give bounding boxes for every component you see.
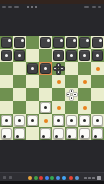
white-die-piece[interactable] — [14, 128, 25, 139]
status-clock-text — [84, 6, 89, 8]
white-die-piece[interactable] — [66, 115, 77, 126]
die-pip — [70, 54, 73, 57]
die-pip — [96, 119, 99, 122]
black-die-piece[interactable] — [53, 37, 64, 48]
die-pip — [83, 54, 86, 57]
taskbar-app-icon-8[interactable] — [69, 176, 73, 180]
white-die-piece[interactable] — [1, 128, 12, 139]
white-die-piece[interactable] — [92, 128, 103, 139]
black-die-piece[interactable] — [14, 37, 25, 48]
black-die-piece[interactable] — [1, 50, 12, 61]
die-pip — [73, 39, 76, 42]
die-pip — [5, 54, 8, 57]
square-g2[interactable] — [78, 114, 91, 127]
white-die-piece[interactable] — [66, 128, 77, 139]
black-cross-king-piece[interactable] — [53, 63, 64, 74]
square-a4[interactable] — [0, 88, 13, 101]
status-dot-icon-1 — [27, 6, 29, 8]
square-c3[interactable] — [26, 101, 39, 114]
die-pip — [60, 39, 63, 42]
square-g5[interactable] — [78, 75, 91, 88]
black-die-piece[interactable] — [1, 37, 12, 48]
square-e2[interactable] — [52, 114, 65, 127]
legal-move-dot[interactable] — [83, 80, 87, 84]
status-bar — [0, 4, 104, 11]
status-dot-icon-2 — [31, 6, 33, 8]
square-c2[interactable] — [26, 114, 39, 127]
taskbar-clock — [97, 176, 101, 180]
square-f2[interactable] — [65, 114, 78, 127]
white-die-piece[interactable] — [79, 128, 90, 139]
square-h7[interactable] — [91, 49, 104, 62]
square-h3[interactable] — [91, 101, 104, 114]
square-e3[interactable] — [52, 101, 65, 114]
status-text-left2 — [8, 6, 12, 8]
die-pip — [44, 106, 47, 109]
die-pip — [57, 119, 60, 122]
square-h5[interactable] — [91, 75, 104, 88]
die-pip — [83, 119, 86, 122]
square-g4[interactable] — [78, 88, 91, 101]
black-die-piece[interactable] — [92, 50, 103, 61]
square-d2[interactable] — [39, 114, 52, 127]
white-die-piece[interactable] — [1, 115, 12, 126]
square-g1[interactable] — [78, 127, 91, 140]
square-d5[interactable] — [39, 75, 52, 88]
square-f5[interactable] — [65, 75, 78, 88]
die-pip — [18, 54, 21, 57]
square-h2[interactable] — [91, 114, 104, 127]
die-pip — [70, 119, 73, 122]
tray-icon-1[interactable] — [84, 177, 87, 180]
die-pip — [42, 135, 45, 138]
cross-lobe-pip — [61, 68, 63, 70]
tray-icon-2[interactable] — [88, 177, 91, 180]
square-d1[interactable] — [39, 127, 52, 140]
taskbar-app-icon-4[interactable] — [45, 176, 49, 180]
cross-lobe-pip — [54, 68, 56, 70]
die-pip — [81, 135, 84, 138]
square-a6[interactable] — [0, 62, 13, 75]
square-b4[interactable] — [13, 88, 26, 101]
taskbar-app-icon-7[interactable] — [62, 176, 66, 180]
die-pip — [44, 67, 47, 70]
square-g7[interactable] — [78, 49, 91, 62]
square-c7[interactable] — [26, 49, 39, 62]
square-f1[interactable] — [65, 127, 78, 140]
white-die-piece[interactable] — [40, 128, 51, 139]
square-e6[interactable] — [52, 62, 65, 75]
square-f6[interactable] — [65, 62, 78, 75]
square-a3[interactable] — [0, 101, 13, 114]
die-pip — [47, 39, 50, 42]
legal-move-dot[interactable] — [44, 119, 48, 123]
white-cross-king-piece[interactable] — [66, 89, 77, 100]
taskbar-launcher-icon[interactable] — [3, 176, 6, 179]
square-g3[interactable] — [78, 101, 91, 114]
die-pip — [99, 39, 102, 42]
die-pip — [68, 135, 71, 138]
status-text-left — [2, 6, 6, 8]
black-die-piece[interactable] — [79, 50, 90, 61]
black-die-piece[interactable] — [27, 63, 38, 74]
square-d8[interactable] — [39, 36, 52, 49]
square-f4[interactable] — [65, 88, 78, 101]
black-die-piece[interactable] — [66, 50, 77, 61]
black-die-piece[interactable] — [53, 50, 64, 61]
square-f8[interactable] — [65, 36, 78, 49]
square-h1[interactable] — [91, 127, 104, 140]
square-e5[interactable] — [52, 75, 65, 88]
legal-move-dot[interactable] — [57, 106, 61, 110]
cross-lobe-pip — [67, 94, 69, 96]
taskbar-app-icon-2[interactable] — [34, 176, 38, 180]
square-b5[interactable] — [13, 75, 26, 88]
white-die-piece[interactable] — [53, 128, 64, 139]
taskbar-app-icon-3[interactable] — [39, 176, 43, 180]
square-h6[interactable] — [91, 62, 104, 75]
taskbar-app-icon-5[interactable] — [50, 176, 54, 180]
square-d4[interactable] — [39, 88, 52, 101]
square-f7[interactable] — [65, 49, 78, 62]
cross-lobe-pip — [71, 97, 73, 99]
square-d6[interactable] — [39, 62, 52, 75]
white-die-piece[interactable] — [40, 102, 51, 113]
die-pip — [31, 67, 34, 70]
square-a5[interactable] — [0, 75, 13, 88]
game-board — [0, 36, 104, 140]
taskbar-search-icon[interactable] — [9, 176, 12, 179]
die-pip — [21, 39, 24, 42]
square-b1[interactable] — [13, 127, 26, 140]
square-b2[interactable] — [13, 114, 26, 127]
black-die-piece[interactable] — [79, 37, 90, 48]
legal-move-dot[interactable] — [83, 106, 87, 110]
status-text-left3 — [14, 6, 19, 8]
die-pip — [31, 119, 34, 122]
die-pip — [86, 39, 89, 42]
square-c4[interactable] — [26, 88, 39, 101]
square-g6[interactable] — [78, 62, 91, 75]
square-b3[interactable] — [13, 101, 26, 114]
white-die-piece[interactable] — [79, 115, 90, 126]
square-b6[interactable] — [13, 62, 26, 75]
die-pip — [3, 135, 6, 138]
white-die-piece[interactable] — [92, 115, 103, 126]
black-die-piece[interactable] — [14, 50, 25, 61]
die-pip — [8, 39, 11, 42]
square-a8[interactable] — [0, 36, 13, 49]
square-c8[interactable] — [26, 36, 39, 49]
legal-move-dot[interactable] — [57, 80, 61, 84]
black-die-piece[interactable] — [66, 37, 77, 48]
white-die-piece[interactable] — [14, 115, 25, 126]
bottom-screen-edge — [0, 181, 104, 184]
die-pip — [16, 135, 19, 138]
square-a2[interactable] — [0, 114, 13, 127]
cross-lobe-pip — [74, 94, 76, 96]
status-dot-icon-3 — [35, 6, 37, 8]
cross-lobe-pip — [58, 71, 60, 73]
square-c1[interactable] — [26, 127, 39, 140]
tray-icon-3[interactable] — [92, 177, 95, 180]
status-tray-icons — [92, 6, 96, 8]
square-h4[interactable] — [91, 88, 104, 101]
square-g8[interactable] — [78, 36, 91, 49]
square-h8[interactable] — [91, 36, 104, 49]
black-die-piece[interactable] — [40, 63, 51, 74]
status-battery-icon — [98, 6, 101, 8]
square-d7[interactable] — [39, 49, 52, 62]
square-e8[interactable] — [52, 36, 65, 49]
square-b7[interactable] — [13, 49, 26, 62]
square-a1[interactable] — [0, 127, 13, 140]
white-die-piece[interactable] — [53, 115, 64, 126]
die-pip — [57, 54, 60, 57]
black-die-piece[interactable] — [92, 37, 103, 48]
die-pip — [5, 119, 8, 122]
square-e4[interactable] — [52, 88, 65, 101]
taskbar-app-icon-9[interactable] — [75, 176, 79, 180]
square-c5[interactable] — [26, 75, 39, 88]
die-pip — [18, 119, 21, 122]
square-b8[interactable] — [13, 36, 26, 49]
taskbar-app-icon-6[interactable] — [56, 176, 60, 180]
taskbar-app-icon-1[interactable] — [28, 176, 32, 180]
die-pip — [94, 135, 97, 138]
square-d3[interactable] — [39, 101, 52, 114]
legal-move-dot[interactable] — [96, 67, 100, 71]
die-pip — [96, 54, 99, 57]
square-a7[interactable] — [0, 49, 13, 62]
die-pip — [55, 135, 58, 138]
white-die-piece[interactable] — [27, 115, 38, 126]
black-die-piece[interactable] — [40, 37, 51, 48]
square-e7[interactable] — [52, 49, 65, 62]
square-c6[interactable] — [26, 62, 39, 75]
square-e1[interactable] — [52, 127, 65, 140]
square-f3[interactable] — [65, 101, 78, 114]
